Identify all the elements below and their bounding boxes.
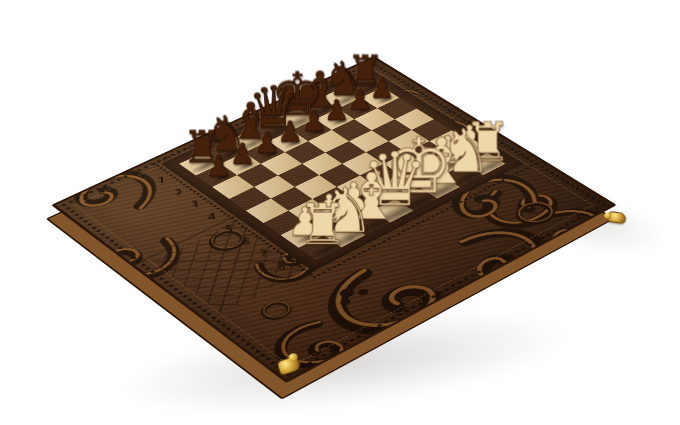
edge-numeral-1: 1 (158, 175, 166, 188)
edge-numeral-3: 3 (191, 199, 199, 212)
edge-numeral-4: 4 (208, 211, 216, 224)
product-photo-canvas: 12345678 ♜♞♝♛♚♝♞♜♟♟♟♟♟♟♟♟♟♟♟♟♟♟♟♟♜♞♝♛♚♝♞… (0, 0, 680, 425)
piece-white-rook-a1[interactable]: ♜ (297, 197, 348, 253)
edge-numeral-2: 2 (175, 187, 183, 200)
